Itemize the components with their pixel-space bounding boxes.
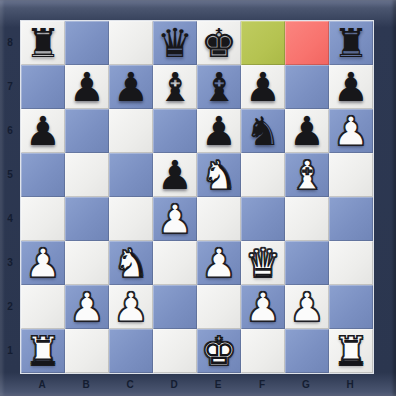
square-f1[interactable] bbox=[241, 329, 285, 373]
square-c7[interactable]: ♟ bbox=[109, 65, 153, 109]
square-e7[interactable]: ♝ bbox=[197, 65, 241, 109]
square-b1[interactable] bbox=[65, 329, 109, 373]
file-label-a: A bbox=[20, 374, 64, 394]
piece-white-queen[interactable]: ♛ bbox=[245, 241, 281, 285]
piece-white-king[interactable]: ♚ bbox=[201, 329, 237, 373]
square-b4[interactable] bbox=[65, 197, 109, 241]
square-a2[interactable] bbox=[21, 285, 65, 329]
piece-black-pawn[interactable]: ♟ bbox=[25, 109, 61, 153]
file-label-b: B bbox=[64, 374, 108, 394]
piece-white-pawn[interactable]: ♟ bbox=[245, 285, 281, 329]
piece-black-bishop[interactable]: ♝ bbox=[157, 65, 193, 109]
piece-black-king[interactable]: ♚ bbox=[201, 21, 237, 65]
piece-black-pawn[interactable]: ♟ bbox=[201, 109, 237, 153]
square-e3[interactable]: ♟ bbox=[197, 241, 241, 285]
square-d6[interactable] bbox=[153, 109, 197, 153]
square-g8[interactable] bbox=[285, 21, 329, 65]
square-c4[interactable] bbox=[109, 197, 153, 241]
square-c5[interactable] bbox=[109, 153, 153, 197]
rank-labels: 87654321 bbox=[0, 20, 20, 372]
square-f6[interactable]: ♞ bbox=[241, 109, 285, 153]
file-label-h: H bbox=[328, 374, 372, 394]
square-c2[interactable]: ♟ bbox=[109, 285, 153, 329]
square-d4[interactable]: ♟ bbox=[153, 197, 197, 241]
file-label-d: D bbox=[152, 374, 196, 394]
square-c8[interactable] bbox=[109, 21, 153, 65]
file-label-f: F bbox=[240, 374, 284, 394]
square-d5[interactable]: ♟ bbox=[153, 153, 197, 197]
piece-white-knight[interactable]: ♞ bbox=[201, 153, 237, 197]
piece-white-pawn[interactable]: ♟ bbox=[289, 285, 325, 329]
square-a5[interactable] bbox=[21, 153, 65, 197]
square-a1[interactable]: ♜ bbox=[21, 329, 65, 373]
piece-black-pawn[interactable]: ♟ bbox=[157, 153, 193, 197]
piece-black-rook[interactable]: ♜ bbox=[25, 21, 61, 65]
piece-black-pawn[interactable]: ♟ bbox=[245, 65, 281, 109]
rank-label-6: 6 bbox=[0, 108, 20, 152]
piece-white-pawn[interactable]: ♟ bbox=[69, 285, 105, 329]
square-c1[interactable] bbox=[109, 329, 153, 373]
square-a6[interactable]: ♟ bbox=[21, 109, 65, 153]
square-h7[interactable]: ♟ bbox=[329, 65, 373, 109]
rank-label-3: 3 bbox=[0, 240, 20, 284]
square-h4[interactable] bbox=[329, 197, 373, 241]
square-g5[interactable]: ♝ bbox=[285, 153, 329, 197]
piece-black-pawn[interactable]: ♟ bbox=[113, 65, 149, 109]
square-h8[interactable]: ♜ bbox=[329, 21, 373, 65]
square-c6[interactable] bbox=[109, 109, 153, 153]
square-f3[interactable]: ♛ bbox=[241, 241, 285, 285]
square-e6[interactable]: ♟ bbox=[197, 109, 241, 153]
square-h1[interactable]: ♜ bbox=[329, 329, 373, 373]
piece-black-rook[interactable]: ♜ bbox=[333, 21, 369, 65]
square-e1[interactable]: ♚ bbox=[197, 329, 241, 373]
square-h3[interactable] bbox=[329, 241, 373, 285]
piece-black-queen[interactable]: ♛ bbox=[157, 21, 193, 65]
piece-white-knight[interactable]: ♞ bbox=[113, 241, 149, 285]
piece-white-pawn[interactable]: ♟ bbox=[113, 285, 149, 329]
piece-black-pawn[interactable]: ♟ bbox=[333, 65, 369, 109]
piece-white-pawn[interactable]: ♟ bbox=[201, 241, 237, 285]
square-e5[interactable]: ♞ bbox=[197, 153, 241, 197]
square-b3[interactable] bbox=[65, 241, 109, 285]
square-f2[interactable]: ♟ bbox=[241, 285, 285, 329]
rank-label-4: 4 bbox=[0, 196, 20, 240]
piece-black-bishop[interactable]: ♝ bbox=[201, 65, 237, 109]
square-b8[interactable] bbox=[65, 21, 109, 65]
square-e2[interactable] bbox=[197, 285, 241, 329]
rank-label-2: 2 bbox=[0, 284, 20, 328]
piece-white-pawn[interactable]: ♟ bbox=[333, 109, 369, 153]
square-g2[interactable]: ♟ bbox=[285, 285, 329, 329]
square-b7[interactable]: ♟ bbox=[65, 65, 109, 109]
square-a7[interactable] bbox=[21, 65, 65, 109]
square-e8[interactable]: ♚ bbox=[197, 21, 241, 65]
square-f5[interactable] bbox=[241, 153, 285, 197]
rank-label-5: 5 bbox=[0, 152, 20, 196]
square-d1[interactable] bbox=[153, 329, 197, 373]
piece-white-bishop[interactable]: ♝ bbox=[289, 153, 325, 197]
square-h2[interactable] bbox=[329, 285, 373, 329]
file-labels: ABCDEFGH bbox=[20, 374, 372, 394]
chess-board-frame: 87654321 ♜♛♚♜♟♟♝♝♟♟♟♟♞♟♟♟♞♝♟♟♞♟♛♟♟♟♟♜♚♜ … bbox=[0, 0, 396, 396]
file-label-g: G bbox=[284, 374, 328, 394]
piece-black-knight[interactable]: ♞ bbox=[245, 109, 281, 153]
square-g4[interactable] bbox=[285, 197, 329, 241]
piece-black-pawn[interactable]: ♟ bbox=[289, 109, 325, 153]
square-f8[interactable] bbox=[241, 21, 285, 65]
piece-white-pawn[interactable]: ♟ bbox=[25, 241, 61, 285]
square-g6[interactable]: ♟ bbox=[285, 109, 329, 153]
piece-white-rook[interactable]: ♜ bbox=[333, 329, 369, 373]
square-a8[interactable]: ♜ bbox=[21, 21, 65, 65]
square-g3[interactable] bbox=[285, 241, 329, 285]
square-d3[interactable] bbox=[153, 241, 197, 285]
square-d8[interactable]: ♛ bbox=[153, 21, 197, 65]
square-a4[interactable] bbox=[21, 197, 65, 241]
square-g7[interactable] bbox=[285, 65, 329, 109]
rank-label-7: 7 bbox=[0, 64, 20, 108]
square-d2[interactable] bbox=[153, 285, 197, 329]
piece-white-pawn[interactable]: ♟ bbox=[157, 197, 193, 241]
square-d7[interactable]: ♝ bbox=[153, 65, 197, 109]
square-b6[interactable] bbox=[65, 109, 109, 153]
square-f4[interactable] bbox=[241, 197, 285, 241]
piece-black-pawn[interactable]: ♟ bbox=[69, 65, 105, 109]
file-label-c: C bbox=[108, 374, 152, 394]
rank-label-8: 8 bbox=[0, 20, 20, 64]
square-g1[interactable] bbox=[285, 329, 329, 373]
rank-label-1: 1 bbox=[0, 328, 20, 372]
file-label-e: E bbox=[196, 374, 240, 394]
square-b2[interactable]: ♟ bbox=[65, 285, 109, 329]
square-c3[interactable]: ♞ bbox=[109, 241, 153, 285]
square-b5[interactable] bbox=[65, 153, 109, 197]
square-e4[interactable] bbox=[197, 197, 241, 241]
square-h6[interactable]: ♟ bbox=[329, 109, 373, 153]
piece-white-rook[interactable]: ♜ bbox=[25, 329, 61, 373]
chess-board: ♜♛♚♜♟♟♝♝♟♟♟♟♞♟♟♟♞♝♟♟♞♟♛♟♟♟♟♜♚♜ bbox=[20, 20, 374, 374]
square-h5[interactable] bbox=[329, 153, 373, 197]
square-f7[interactable]: ♟ bbox=[241, 65, 285, 109]
square-a3[interactable]: ♟ bbox=[21, 241, 65, 285]
